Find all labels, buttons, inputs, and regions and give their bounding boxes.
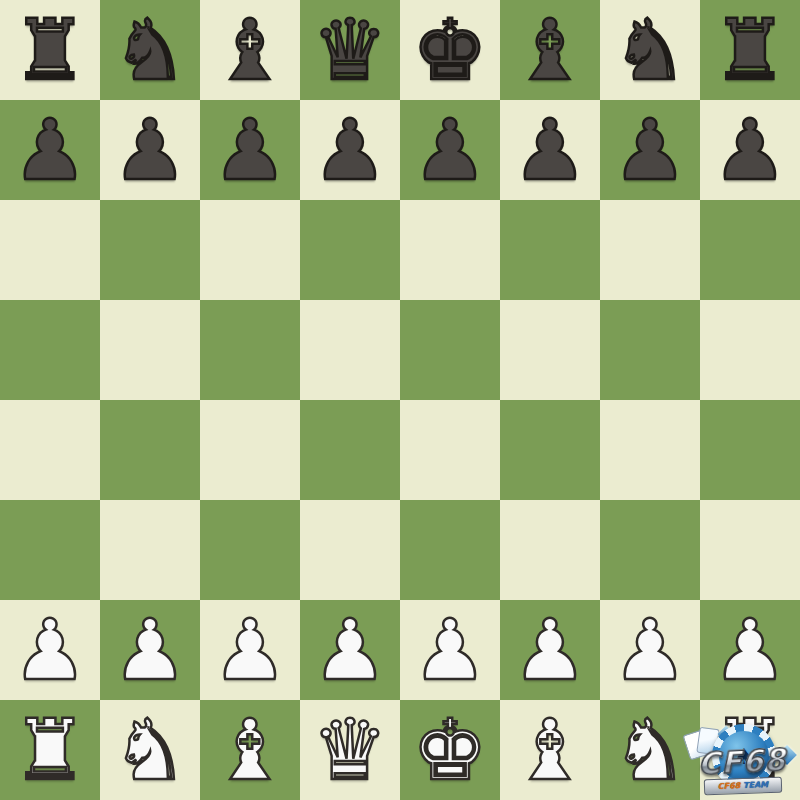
square-a4[interactable] — [0, 400, 100, 500]
square-h7[interactable]: ♟ — [700, 100, 800, 200]
piece-black-pawn[interactable]: ♟ — [112, 100, 187, 200]
square-h6[interactable] — [700, 200, 800, 300]
square-c1[interactable]: ♝ — [200, 700, 300, 800]
square-a8[interactable]: ♜ — [0, 0, 100, 100]
square-g5[interactable] — [600, 300, 700, 400]
piece-white-pawn[interactable]: ♟ — [212, 600, 287, 700]
square-b3[interactable] — [100, 500, 200, 600]
square-c8[interactable]: ♝ — [200, 0, 300, 100]
square-g3[interactable] — [600, 500, 700, 600]
square-f2[interactable]: ♟ — [500, 600, 600, 700]
square-h4[interactable] — [700, 400, 800, 500]
piece-white-pawn[interactable]: ♟ — [712, 600, 787, 700]
square-b2[interactable]: ♟ — [100, 600, 200, 700]
square-f1[interactable]: ♝ — [500, 700, 600, 800]
piece-black-pawn[interactable]: ♟ — [312, 100, 387, 200]
square-a1[interactable]: ♜ — [0, 700, 100, 800]
piece-white-pawn[interactable]: ♟ — [112, 600, 187, 700]
square-f5[interactable] — [500, 300, 600, 400]
square-h8[interactable]: ♜ — [700, 0, 800, 100]
piece-white-knight[interactable]: ♞ — [612, 700, 687, 800]
square-b4[interactable] — [100, 400, 200, 500]
square-e5[interactable] — [400, 300, 500, 400]
piece-white-pawn[interactable]: ♟ — [612, 600, 687, 700]
square-f4[interactable] — [500, 400, 600, 500]
piece-white-bishop[interactable]: ♝ — [512, 700, 587, 800]
square-g1[interactable]: ♞ — [600, 700, 700, 800]
square-h2[interactable]: ♟ — [700, 600, 800, 700]
square-f3[interactable] — [500, 500, 600, 600]
piece-black-knight[interactable]: ♞ — [112, 0, 187, 100]
square-g2[interactable]: ♟ — [600, 600, 700, 700]
square-b6[interactable] — [100, 200, 200, 300]
square-a6[interactable] — [0, 200, 100, 300]
square-g6[interactable] — [600, 200, 700, 300]
square-b1[interactable]: ♞ — [100, 700, 200, 800]
square-e1[interactable]: ♚ — [400, 700, 500, 800]
square-b8[interactable]: ♞ — [100, 0, 200, 100]
square-e4[interactable] — [400, 400, 500, 500]
piece-black-queen[interactable]: ♛ — [312, 0, 387, 100]
square-h1[interactable]: ♜ — [700, 700, 800, 800]
square-a3[interactable] — [0, 500, 100, 600]
square-e7[interactable]: ♟ — [400, 100, 500, 200]
piece-white-rook[interactable]: ♜ — [712, 700, 787, 800]
square-e3[interactable] — [400, 500, 500, 600]
square-a5[interactable] — [0, 300, 100, 400]
piece-white-pawn[interactable]: ♟ — [12, 600, 87, 700]
piece-black-rook[interactable]: ♜ — [12, 0, 87, 100]
square-c4[interactable] — [200, 400, 300, 500]
square-d8[interactable]: ♛ — [300, 0, 400, 100]
square-c5[interactable] — [200, 300, 300, 400]
piece-black-pawn[interactable]: ♟ — [12, 100, 87, 200]
square-c2[interactable]: ♟ — [200, 600, 300, 700]
square-b7[interactable]: ♟ — [100, 100, 200, 200]
square-e6[interactable] — [400, 200, 500, 300]
square-f8[interactable]: ♝ — [500, 0, 600, 100]
piece-black-knight[interactable]: ♞ — [612, 0, 687, 100]
square-f7[interactable]: ♟ — [500, 100, 600, 200]
square-a7[interactable]: ♟ — [0, 100, 100, 200]
square-h5[interactable] — [700, 300, 800, 400]
square-a2[interactable]: ♟ — [0, 600, 100, 700]
square-f6[interactable] — [500, 200, 600, 300]
piece-black-pawn[interactable]: ♟ — [612, 100, 687, 200]
square-c3[interactable] — [200, 500, 300, 600]
square-c6[interactable] — [200, 200, 300, 300]
square-d3[interactable] — [300, 500, 400, 600]
square-c7[interactable]: ♟ — [200, 100, 300, 200]
piece-white-queen[interactable]: ♛ — [312, 700, 387, 800]
square-d6[interactable] — [300, 200, 400, 300]
square-e8[interactable]: ♚ — [400, 0, 500, 100]
square-h3[interactable] — [700, 500, 800, 600]
square-d7[interactable]: ♟ — [300, 100, 400, 200]
square-d1[interactable]: ♛ — [300, 700, 400, 800]
square-g4[interactable] — [600, 400, 700, 500]
piece-black-pawn[interactable]: ♟ — [212, 100, 287, 200]
piece-black-bishop[interactable]: ♝ — [512, 0, 587, 100]
piece-black-pawn[interactable]: ♟ — [512, 100, 587, 200]
piece-black-pawn[interactable]: ♟ — [712, 100, 787, 200]
piece-black-king[interactable]: ♚ — [412, 0, 487, 100]
square-d4[interactable] — [300, 400, 400, 500]
piece-white-king[interactable]: ♚ — [412, 700, 487, 800]
chess-board-wrapper: ♜♞♝♛♚♝♞♜♟♟♟♟♟♟♟♟♟♟♟♟♟♟♟♟♜♞♝♛♚♝♞♜ ♠ CF68 … — [0, 0, 800, 800]
piece-white-pawn[interactable]: ♟ — [412, 600, 487, 700]
square-e2[interactable]: ♟ — [400, 600, 500, 700]
piece-white-bishop[interactable]: ♝ — [212, 700, 287, 800]
piece-black-rook[interactable]: ♜ — [712, 0, 787, 100]
piece-black-bishop[interactable]: ♝ — [212, 0, 287, 100]
chess-board: ♜♞♝♛♚♝♞♜♟♟♟♟♟♟♟♟♟♟♟♟♟♟♟♟♜♞♝♛♚♝♞♜ — [0, 0, 800, 800]
piece-black-pawn[interactable]: ♟ — [412, 100, 487, 200]
piece-white-knight[interactable]: ♞ — [112, 700, 187, 800]
square-g7[interactable]: ♟ — [600, 100, 700, 200]
square-b5[interactable] — [100, 300, 200, 400]
piece-white-rook[interactable]: ♜ — [12, 700, 87, 800]
square-g8[interactable]: ♞ — [600, 0, 700, 100]
piece-white-pawn[interactable]: ♟ — [512, 600, 587, 700]
square-d5[interactable] — [300, 300, 400, 400]
square-d2[interactable]: ♟ — [300, 600, 400, 700]
piece-white-pawn[interactable]: ♟ — [312, 600, 387, 700]
